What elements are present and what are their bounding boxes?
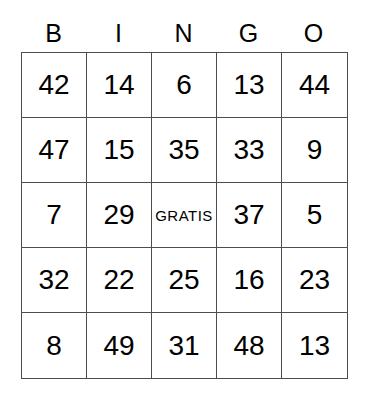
- cell-r1c4[interactable]: 9: [282, 118, 347, 183]
- cell-r1c1[interactable]: 15: [87, 118, 152, 183]
- cell-r0c3[interactable]: 13: [217, 53, 282, 118]
- header-letter-n: N: [151, 21, 216, 52]
- cell-r0c1[interactable]: 14: [87, 53, 152, 118]
- cell-r3c0[interactable]: 32: [22, 248, 87, 313]
- cell-r3c1[interactable]: 22: [87, 248, 152, 313]
- header-letter-g: G: [216, 21, 281, 52]
- cell-r0c4[interactable]: 44: [282, 53, 347, 118]
- cell-r3c3[interactable]: 16: [217, 248, 282, 313]
- cell-r3c2[interactable]: 25: [152, 248, 217, 313]
- cell-r0c0[interactable]: 42: [22, 53, 87, 118]
- header-letter-b: B: [21, 21, 86, 52]
- cell-r4c4[interactable]: 13: [282, 313, 347, 378]
- cell-r4c2[interactable]: 31: [152, 313, 217, 378]
- cell-r2c1[interactable]: 29: [87, 183, 152, 248]
- cell-r1c0[interactable]: 47: [22, 118, 87, 183]
- header-letter-i: I: [86, 21, 151, 52]
- cell-r2c4[interactable]: 5: [282, 183, 347, 248]
- cell-r1c3[interactable]: 33: [217, 118, 282, 183]
- bingo-header: B I N G O: [21, 0, 346, 52]
- header-letter-o: O: [281, 21, 346, 52]
- bingo-card: B I N G O 42 14 6 13 44 47 15 35 33 9 7 …: [0, 0, 368, 400]
- cell-r4c0[interactable]: 8: [22, 313, 87, 378]
- cell-r2c0[interactable]: 7: [22, 183, 87, 248]
- cell-r1c2[interactable]: 35: [152, 118, 217, 183]
- cell-r4c3[interactable]: 48: [217, 313, 282, 378]
- cell-r2c2-free-space[interactable]: GRATIS: [152, 183, 217, 248]
- cell-r2c3[interactable]: 37: [217, 183, 282, 248]
- bingo-grid: 42 14 6 13 44 47 15 35 33 9 7 29 GRATIS …: [21, 52, 348, 379]
- cell-r4c1[interactable]: 49: [87, 313, 152, 378]
- cell-r0c2[interactable]: 6: [152, 53, 217, 118]
- cell-r3c4[interactable]: 23: [282, 248, 347, 313]
